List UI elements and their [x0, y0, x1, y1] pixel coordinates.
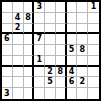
- sudoku-cell-r8c4[interactable]: [34, 77, 45, 88]
- sudoku-cell-r5c7[interactable]: 5: [67, 45, 78, 56]
- sudoku-cell-r2c4[interactable]: [34, 13, 45, 24]
- sudoku-cell-r8c7[interactable]: 6: [67, 77, 78, 88]
- sudoku-cell-r2c8[interactable]: [77, 13, 88, 24]
- sudoku-cell-r4c9[interactable]: [88, 34, 99, 45]
- sudoku-cell-r6c9[interactable]: [88, 56, 99, 67]
- sudoku-cell-r3c9[interactable]: [88, 24, 99, 35]
- sudoku-cell-r4c2[interactable]: [13, 34, 24, 45]
- sudoku-cell-r7c9[interactable]: [88, 67, 99, 78]
- sudoku-cell-r3c3[interactable]: [24, 24, 35, 35]
- sudoku-cell-r2c5[interactable]: [45, 13, 56, 24]
- sudoku-cell-r5c6[interactable]: [56, 45, 67, 56]
- sudoku-cell-r7c4[interactable]: [34, 67, 45, 78]
- sudoku-cell-r7c6[interactable]: 8: [56, 67, 67, 78]
- sudoku-cell-r6c3[interactable]: [24, 56, 35, 67]
- sudoku-cell-r5c3[interactable]: [24, 45, 35, 56]
- sudoku-cell-r5c9[interactable]: [88, 45, 99, 56]
- sudoku-cell-r2c9[interactable]: [88, 13, 99, 24]
- sudoku-cell-r9c5[interactable]: [45, 88, 56, 99]
- sudoku-cell-r1c4[interactable]: 3: [34, 2, 45, 13]
- sudoku-cell-r9c4[interactable]: [34, 88, 45, 99]
- sudoku-cell-r3c2[interactable]: 2: [13, 24, 24, 35]
- sudoku-cell-r2c3[interactable]: 8: [24, 13, 35, 24]
- sudoku-cell-r9c7[interactable]: [67, 88, 78, 99]
- sudoku-cell-r4c7[interactable]: [67, 34, 78, 45]
- sudoku-cell-r9c3[interactable]: [24, 88, 35, 99]
- sudoku-cell-r8c5[interactable]: 5: [45, 77, 56, 88]
- sudoku-cell-r3c5[interactable]: [45, 24, 56, 35]
- sudoku-board: 31482675812845623: [0, 0, 101, 101]
- sudoku-cell-r5c8[interactable]: 8: [77, 45, 88, 56]
- sudoku-cell-r5c2[interactable]: [13, 45, 24, 56]
- sudoku-cell-r3c7[interactable]: [67, 24, 78, 35]
- sudoku-cell-r4c8[interactable]: [77, 34, 88, 45]
- sudoku-cell-r7c7[interactable]: 4: [67, 67, 78, 78]
- sudoku-cell-r2c7[interactable]: [67, 13, 78, 24]
- sudoku-cell-r3c8[interactable]: [77, 24, 88, 35]
- sudoku-cell-r9c9[interactable]: [88, 88, 99, 99]
- sudoku-cell-r1c6[interactable]: [56, 2, 67, 13]
- sudoku-cell-r4c3[interactable]: [24, 34, 35, 45]
- sudoku-cell-r8c1[interactable]: [2, 77, 13, 88]
- sudoku-cell-r4c6[interactable]: [56, 34, 67, 45]
- sudoku-cell-r8c8[interactable]: 2: [77, 77, 88, 88]
- sudoku-cell-r4c1[interactable]: 6: [2, 34, 13, 45]
- sudoku-cell-r8c6[interactable]: [56, 77, 67, 88]
- sudoku-cell-r6c2[interactable]: [13, 56, 24, 67]
- sudoku-cell-r1c5[interactable]: [45, 2, 56, 13]
- sudoku-cell-r8c3[interactable]: [24, 77, 35, 88]
- sudoku-cell-r5c5[interactable]: [45, 45, 56, 56]
- sudoku-cell-r7c3[interactable]: [24, 67, 35, 78]
- sudoku-cell-r4c4[interactable]: 7: [34, 34, 45, 45]
- sudoku-cell-r1c8[interactable]: [77, 2, 88, 13]
- sudoku-cell-r8c9[interactable]: [88, 77, 99, 88]
- sudoku-cell-r9c1[interactable]: 3: [2, 88, 13, 99]
- sudoku-cell-r9c2[interactable]: [13, 88, 24, 99]
- sudoku-cell-r5c1[interactable]: [2, 45, 13, 56]
- sudoku-cell-r1c1[interactable]: [2, 2, 13, 13]
- sudoku-cell-r6c1[interactable]: [2, 56, 13, 67]
- sudoku-cell-r6c7[interactable]: [67, 56, 78, 67]
- sudoku-cell-r6c5[interactable]: [45, 56, 56, 67]
- sudoku-cell-r1c3[interactable]: [24, 2, 35, 13]
- sudoku-cell-r9c6[interactable]: [56, 88, 67, 99]
- sudoku-cell-r1c2[interactable]: [13, 2, 24, 13]
- sudoku-cell-r3c6[interactable]: [56, 24, 67, 35]
- sudoku-cell-r9c8[interactable]: [77, 88, 88, 99]
- sudoku-cell-r1c9[interactable]: 1: [88, 2, 99, 13]
- sudoku-cell-r4c5[interactable]: [45, 34, 56, 45]
- sudoku-cell-r2c1[interactable]: [2, 13, 13, 24]
- sudoku-cell-r1c7[interactable]: [67, 2, 78, 13]
- sudoku-cell-r6c4[interactable]: 1: [34, 56, 45, 67]
- sudoku-cell-r7c2[interactable]: [13, 67, 24, 78]
- sudoku-cell-r3c1[interactable]: [2, 24, 13, 35]
- sudoku-cell-r8c2[interactable]: [13, 77, 24, 88]
- sudoku-cell-r6c8[interactable]: [77, 56, 88, 67]
- sudoku-cell-r2c2[interactable]: 4: [13, 13, 24, 24]
- sudoku-cell-r2c6[interactable]: [56, 13, 67, 24]
- sudoku-cell-r3c4[interactable]: [34, 24, 45, 35]
- sudoku-cell-r7c8[interactable]: [77, 67, 88, 78]
- sudoku-cell-r5c4[interactable]: [34, 45, 45, 56]
- sudoku-cell-r6c6[interactable]: [56, 56, 67, 67]
- sudoku-cell-r7c1[interactable]: [2, 67, 13, 78]
- sudoku-cell-r7c5[interactable]: 2: [45, 67, 56, 78]
